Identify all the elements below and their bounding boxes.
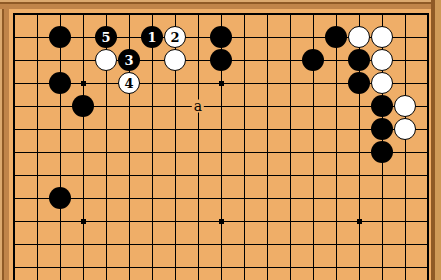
white-stone: [95, 49, 117, 71]
go-board[interactable]: 51234a: [0, 0, 441, 280]
black-stone: [348, 72, 370, 94]
black-stone: [49, 72, 71, 94]
star-point: [219, 219, 224, 224]
black-stone: [49, 187, 71, 209]
white-stone: [164, 49, 186, 71]
black-stone: [210, 26, 232, 48]
white-stone: [371, 72, 393, 94]
black-stone: [371, 141, 393, 163]
grid-line-vertical: [37, 13, 38, 280]
black-stone: [302, 49, 324, 71]
white-stone-move-2: 2: [164, 26, 186, 48]
grid-line-vertical: [152, 13, 153, 280]
black-stone: [325, 26, 347, 48]
grid-line-vertical: [244, 13, 245, 280]
white-stone: [394, 95, 416, 117]
board-frame-top: [0, 0, 441, 9]
grid-line-horizontal: [13, 198, 429, 199]
white-stone: [371, 26, 393, 48]
grid-line-vertical: [198, 13, 199, 280]
black-stone-move-5: 5: [95, 26, 117, 48]
grid-line-vertical: [290, 13, 291, 280]
star-point: [81, 81, 86, 86]
grid-line-horizontal: [13, 152, 429, 153]
grid-line-vertical: [83, 13, 84, 280]
star-point: [357, 219, 362, 224]
grid-line-vertical: [336, 13, 337, 280]
grid-line-vertical: [60, 13, 61, 280]
grid-line-vertical: [267, 13, 268, 280]
black-stone: [348, 49, 370, 71]
point-label-a: a: [192, 100, 204, 113]
board-frame-right: [431, 0, 441, 280]
grid-line-vertical: [427, 13, 429, 280]
white-stone: [371, 49, 393, 71]
grid-line-horizontal: [13, 267, 429, 268]
black-stone: [72, 95, 94, 117]
grid-line-horizontal: [13, 175, 429, 176]
grid-line-horizontal: [13, 129, 429, 130]
black-stone: [49, 26, 71, 48]
grid-line-horizontal: [13, 244, 429, 245]
grid-line-vertical: [13, 13, 15, 280]
white-stone: [394, 118, 416, 140]
grid-line-horizontal: [13, 13, 429, 15]
white-stone-move-4: 4: [118, 72, 140, 94]
star-point: [81, 219, 86, 224]
white-stone: [348, 26, 370, 48]
black-stone: [371, 95, 393, 117]
star-point: [219, 81, 224, 86]
board-frame-left: [0, 0, 9, 280]
black-stone: [210, 49, 232, 71]
grid-line-vertical: [405, 13, 406, 280]
black-stone-move-1: 1: [141, 26, 163, 48]
black-stone-move-3: 3: [118, 49, 140, 71]
black-stone: [371, 118, 393, 140]
